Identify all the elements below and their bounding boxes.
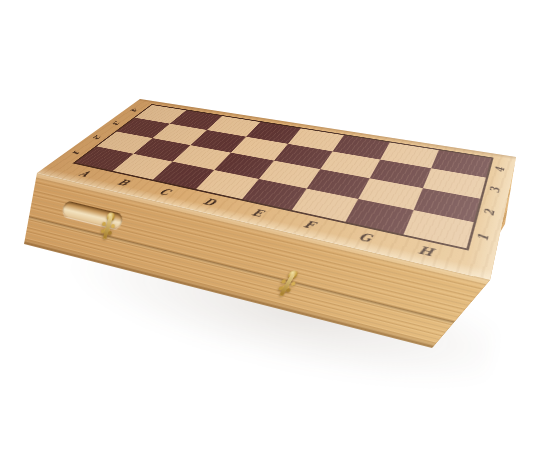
product-photo-scene: ABCDEFGH 4321 4321 [0,0,550,450]
